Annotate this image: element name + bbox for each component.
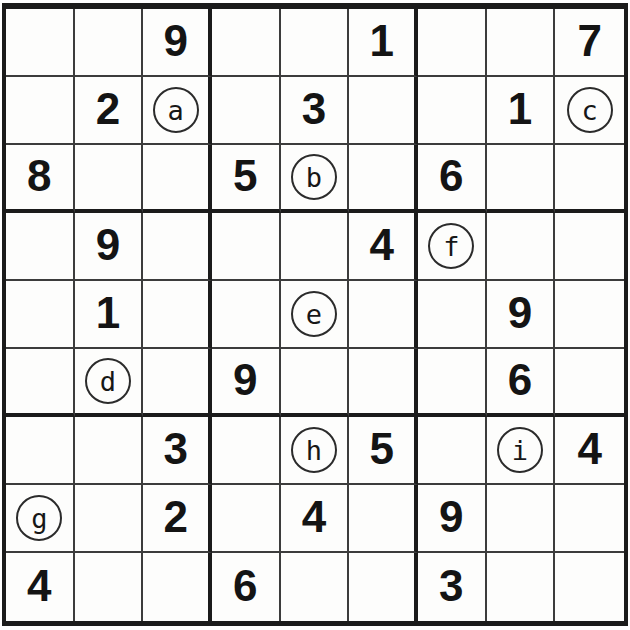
cell-r8c7[interactable]: 9 <box>418 485 487 553</box>
cell-r7c8[interactable]: i <box>487 417 556 485</box>
circled-letter-g: g <box>16 495 62 541</box>
given-digit: 2 <box>163 495 187 539</box>
cell-r8c6[interactable] <box>349 485 418 553</box>
cell-r9c9[interactable] <box>555 553 624 621</box>
cell-r1c2[interactable] <box>75 9 144 77</box>
given-digit: 4 <box>369 223 393 267</box>
given-digit: 4 <box>302 495 326 539</box>
cell-r1c5[interactable] <box>281 9 350 77</box>
given-digit: 1 <box>508 87 532 131</box>
cell-r4c3[interactable] <box>143 213 212 281</box>
circled-letter-d: d <box>85 358 131 404</box>
circled-letter-e: e <box>291 291 337 337</box>
cell-r5c5[interactable]: e <box>281 281 350 349</box>
circled-letter-f: f <box>428 223 474 269</box>
cell-r4c1[interactable] <box>6 213 75 281</box>
circled-letter-b: b <box>291 154 337 200</box>
cell-r9c8[interactable] <box>487 553 556 621</box>
cell-r2c1[interactable] <box>6 77 75 145</box>
cell-r7c7[interactable] <box>418 417 487 485</box>
given-digit: 9 <box>233 358 257 402</box>
cell-r3c7[interactable]: 6 <box>418 145 487 213</box>
cell-r5c6[interactable] <box>349 281 418 349</box>
cell-r5c1[interactable] <box>6 281 75 349</box>
cell-r5c2[interactable]: 1 <box>75 281 144 349</box>
given-digit: 5 <box>369 427 393 471</box>
given-digit: 6 <box>233 564 257 608</box>
cell-r5c9[interactable] <box>555 281 624 349</box>
cell-r1c3[interactable]: 9 <box>143 9 212 77</box>
given-digit: 7 <box>577 19 601 63</box>
cell-r7c4[interactable] <box>212 417 281 485</box>
cell-r2c8[interactable]: 1 <box>487 77 556 145</box>
cell-r1c8[interactable] <box>487 9 556 77</box>
given-digit: 3 <box>163 427 187 471</box>
cell-r3c9[interactable] <box>555 145 624 213</box>
circled-letter-a: a <box>153 87 199 133</box>
cell-r9c2[interactable] <box>75 553 144 621</box>
scanned-puzzle-page: 9172a31c85b694f1e9d963h5i4g249463 <box>0 0 630 630</box>
given-digit: 1 <box>369 19 393 63</box>
cell-r7c2[interactable] <box>75 417 144 485</box>
cell-r9c5[interactable] <box>281 553 350 621</box>
cell-r6c1[interactable] <box>6 349 75 417</box>
cell-r1c6[interactable]: 1 <box>349 9 418 77</box>
circled-letter-h: h <box>291 427 337 473</box>
cell-r8c3[interactable]: 2 <box>143 485 212 553</box>
cell-r3c1[interactable]: 8 <box>6 145 75 213</box>
cell-r8c2[interactable] <box>75 485 144 553</box>
cell-r6c4[interactable]: 9 <box>212 349 281 417</box>
cell-r4c4[interactable] <box>212 213 281 281</box>
cell-r2c5[interactable]: 3 <box>281 77 350 145</box>
given-digit: 4 <box>27 564 51 608</box>
given-digit: 9 <box>96 223 120 267</box>
given-digit: 9 <box>439 495 463 539</box>
cell-r2c6[interactable] <box>349 77 418 145</box>
cell-r9c1[interactable]: 4 <box>6 553 75 621</box>
cell-r9c4[interactable]: 6 <box>212 553 281 621</box>
cell-r4c8[interactable] <box>487 213 556 281</box>
cell-r6c5[interactable] <box>281 349 350 417</box>
cell-r1c1[interactable] <box>6 9 75 77</box>
given-digit: 9 <box>508 291 532 335</box>
cell-r4c2[interactable]: 9 <box>75 213 144 281</box>
cell-r8c8[interactable] <box>487 485 556 553</box>
cell-r6c8[interactable]: 6 <box>487 349 556 417</box>
cell-r8c5[interactable]: 4 <box>281 485 350 553</box>
cell-r3c2[interactable] <box>75 145 144 213</box>
cell-r2c2[interactable]: 2 <box>75 77 144 145</box>
cell-r7c9[interactable]: 4 <box>555 417 624 485</box>
given-digit: 6 <box>508 358 532 402</box>
given-digit: 8 <box>27 154 51 198</box>
given-digit: 2 <box>96 87 120 131</box>
cell-r6c3[interactable] <box>143 349 212 417</box>
given-digit: 6 <box>439 154 463 198</box>
cell-r9c3[interactable] <box>143 553 212 621</box>
cell-r2c4[interactable] <box>212 77 281 145</box>
cell-r9c7[interactable]: 3 <box>418 553 487 621</box>
cell-r7c1[interactable] <box>6 417 75 485</box>
cell-r5c7[interactable] <box>418 281 487 349</box>
cell-r3c5[interactable]: b <box>281 145 350 213</box>
given-digit: 9 <box>163 19 187 63</box>
cell-r4c9[interactable] <box>555 213 624 281</box>
circled-letter-c: c <box>567 87 613 133</box>
cell-r6c7[interactable] <box>418 349 487 417</box>
cell-r4c7[interactable]: f <box>418 213 487 281</box>
cell-r5c4[interactable] <box>212 281 281 349</box>
cell-r1c9[interactable]: 7 <box>555 9 624 77</box>
cell-r4c6[interactable]: 4 <box>349 213 418 281</box>
given-digit: 3 <box>302 87 326 131</box>
cell-r5c3[interactable] <box>143 281 212 349</box>
cell-r3c8[interactable] <box>487 145 556 213</box>
given-digit: 5 <box>233 154 257 198</box>
given-digit: 1 <box>96 291 120 335</box>
cell-r1c4[interactable] <box>212 9 281 77</box>
cell-r4c5[interactable] <box>281 213 350 281</box>
cell-r2c7[interactable] <box>418 77 487 145</box>
cell-r7c5[interactable]: h <box>281 417 350 485</box>
given-digit: 3 <box>439 564 463 608</box>
cell-r8c9[interactable] <box>555 485 624 553</box>
cell-r5c8[interactable]: 9 <box>487 281 556 349</box>
cell-r6c2[interactable]: d <box>75 349 144 417</box>
cell-r7c3[interactable]: 3 <box>143 417 212 485</box>
cell-r2c3[interactable]: a <box>143 77 212 145</box>
given-digit: 4 <box>577 427 601 471</box>
cell-r6c6[interactable] <box>349 349 418 417</box>
circled-letter-i: i <box>497 427 543 473</box>
cell-r6c9[interactable] <box>555 349 624 417</box>
cell-r8c1[interactable]: g <box>6 485 75 553</box>
cell-r9c6[interactable] <box>349 553 418 621</box>
cell-r7c6[interactable]: 5 <box>349 417 418 485</box>
cell-r3c4[interactable]: 5 <box>212 145 281 213</box>
cell-r2c9[interactable]: c <box>555 77 624 145</box>
cell-r3c6[interactable] <box>349 145 418 213</box>
sudoku-board: 9172a31c85b694f1e9d963h5i4g249463 <box>2 3 628 626</box>
cell-r8c4[interactable] <box>212 485 281 553</box>
cell-r3c3[interactable] <box>143 145 212 213</box>
cell-r1c7[interactable] <box>418 9 487 77</box>
